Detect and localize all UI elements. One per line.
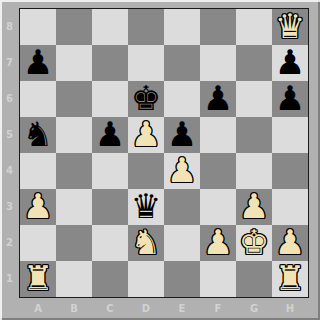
square-b4[interactable]	[56, 153, 92, 189]
rank-label-8: 8	[0, 8, 19, 44]
white-queen: ♛	[275, 9, 305, 43]
black-pawn: ♟	[167, 117, 197, 151]
square-h4[interactable]	[272, 153, 308, 189]
black-king: ♚	[131, 81, 161, 115]
square-c4[interactable]	[92, 153, 128, 189]
rank-labels: 87654321	[0, 8, 19, 296]
square-h2[interactable]: ♟	[272, 225, 308, 261]
chess-diagram-frame: 87654321 ♛♟♟♚♟♟♞♟♟♟♟♟♛♟♞♟♚♟♜♜ ABCDEFGH	[0, 0, 320, 320]
square-h3[interactable]	[272, 189, 308, 225]
black-pawn: ♟	[203, 81, 233, 115]
rank-label-4: 4	[0, 152, 19, 188]
square-a4[interactable]	[20, 153, 56, 189]
square-f1[interactable]	[200, 261, 236, 297]
square-h7[interactable]: ♟	[272, 45, 308, 81]
square-a5[interactable]: ♞	[20, 117, 56, 153]
square-a8[interactable]	[20, 9, 56, 45]
white-pawn: ♟	[23, 189, 53, 223]
square-g6[interactable]	[236, 81, 272, 117]
file-label-b: B	[56, 296, 92, 320]
white-pawn: ♟	[203, 225, 233, 259]
square-g1[interactable]	[236, 261, 272, 297]
square-h6[interactable]: ♟	[272, 81, 308, 117]
square-d2[interactable]: ♞	[128, 225, 164, 261]
square-f3[interactable]	[200, 189, 236, 225]
square-e3[interactable]	[164, 189, 200, 225]
square-b1[interactable]	[56, 261, 92, 297]
square-g5[interactable]	[236, 117, 272, 153]
file-label-e: E	[164, 296, 200, 320]
black-pawn: ♟	[95, 117, 125, 151]
black-queen: ♛	[131, 189, 161, 223]
file-label-c: C	[92, 296, 128, 320]
square-h8[interactable]: ♛	[272, 9, 308, 45]
file-label-f: F	[200, 296, 236, 320]
square-d7[interactable]	[128, 45, 164, 81]
rank-label-5: 5	[0, 116, 19, 152]
square-c7[interactable]	[92, 45, 128, 81]
file-label-a: A	[20, 296, 56, 320]
square-a2[interactable]	[20, 225, 56, 261]
square-d5[interactable]: ♟	[128, 117, 164, 153]
white-rook: ♜	[23, 261, 53, 295]
square-f6[interactable]: ♟	[200, 81, 236, 117]
square-d4[interactable]	[128, 153, 164, 189]
square-b2[interactable]	[56, 225, 92, 261]
square-g7[interactable]	[236, 45, 272, 81]
square-d8[interactable]	[128, 9, 164, 45]
square-e6[interactable]	[164, 81, 200, 117]
white-pawn: ♟	[239, 189, 269, 223]
square-e7[interactable]	[164, 45, 200, 81]
rank-label-6: 6	[0, 80, 19, 116]
rank-label-1: 1	[0, 260, 19, 296]
square-c3[interactable]	[92, 189, 128, 225]
black-pawn: ♟	[275, 81, 305, 115]
file-label-h: H	[272, 296, 308, 320]
square-a3[interactable]: ♟	[20, 189, 56, 225]
square-b7[interactable]	[56, 45, 92, 81]
square-f4[interactable]	[200, 153, 236, 189]
square-f8[interactable]	[200, 9, 236, 45]
square-h5[interactable]	[272, 117, 308, 153]
square-c2[interactable]	[92, 225, 128, 261]
rank-label-7: 7	[0, 44, 19, 80]
square-e2[interactable]	[164, 225, 200, 261]
square-b5[interactable]	[56, 117, 92, 153]
square-c5[interactable]: ♟	[92, 117, 128, 153]
square-c6[interactable]	[92, 81, 128, 117]
white-pawn: ♟	[167, 153, 197, 187]
black-pawn: ♟	[23, 45, 53, 79]
square-d1[interactable]	[128, 261, 164, 297]
square-a1[interactable]: ♜	[20, 261, 56, 297]
square-a6[interactable]	[20, 81, 56, 117]
file-label-d: D	[128, 296, 164, 320]
square-c8[interactable]	[92, 9, 128, 45]
square-g8[interactable]	[236, 9, 272, 45]
square-f7[interactable]	[200, 45, 236, 81]
black-pawn: ♟	[275, 45, 305, 79]
white-pawn: ♟	[131, 117, 161, 151]
chess-board: ♛♟♟♚♟♟♞♟♟♟♟♟♛♟♞♟♚♟♜♜	[19, 8, 309, 298]
file-labels: ABCDEFGH	[20, 296, 308, 320]
square-g4[interactable]	[236, 153, 272, 189]
square-e8[interactable]	[164, 9, 200, 45]
white-knight: ♞	[131, 225, 161, 259]
square-b3[interactable]	[56, 189, 92, 225]
square-h1[interactable]: ♜	[272, 261, 308, 297]
rank-label-2: 2	[0, 224, 19, 260]
rank-label-3: 3	[0, 188, 19, 224]
file-label-g: G	[236, 296, 272, 320]
white-rook: ♜	[275, 261, 305, 295]
square-d3[interactable]: ♛	[128, 189, 164, 225]
square-d6[interactable]: ♚	[128, 81, 164, 117]
white-king: ♚	[239, 225, 269, 259]
square-e5[interactable]: ♟	[164, 117, 200, 153]
square-b6[interactable]	[56, 81, 92, 117]
square-b8[interactable]	[56, 9, 92, 45]
square-f5[interactable]	[200, 117, 236, 153]
white-pawn: ♟	[275, 225, 305, 259]
square-e1[interactable]	[164, 261, 200, 297]
square-g3[interactable]: ♟	[236, 189, 272, 225]
square-e4[interactable]: ♟	[164, 153, 200, 189]
square-a7[interactable]: ♟	[20, 45, 56, 81]
square-c1[interactable]	[92, 261, 128, 297]
square-f2[interactable]: ♟	[200, 225, 236, 261]
black-knight: ♞	[23, 117, 53, 151]
square-g2[interactable]: ♚	[236, 225, 272, 261]
